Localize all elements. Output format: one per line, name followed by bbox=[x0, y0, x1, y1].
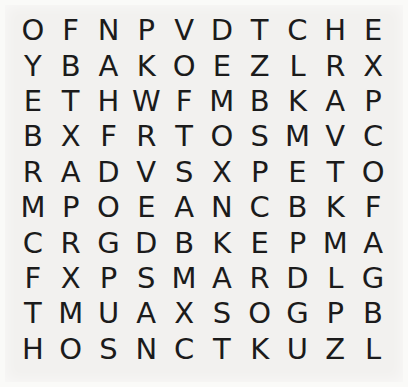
cell-r3c8[interactable]: K bbox=[279, 84, 317, 119]
cell-r10c8[interactable]: U bbox=[279, 332, 317, 367]
cell-r2c5[interactable]: O bbox=[165, 48, 203, 83]
cell-r5c9[interactable]: T bbox=[316, 155, 354, 190]
cell-r6c6[interactable]: N bbox=[203, 190, 241, 225]
cell-r6c7[interactable]: C bbox=[241, 190, 279, 225]
cell-r2c7[interactable]: Z bbox=[241, 48, 279, 83]
cell-r3c4[interactable]: W bbox=[127, 84, 165, 119]
cell-r10c5[interactable]: C bbox=[165, 332, 203, 367]
cell-r7c10[interactable]: A bbox=[354, 225, 392, 260]
cell-r2c2[interactable]: B bbox=[52, 48, 90, 83]
cell-r8c1[interactable]: F bbox=[14, 261, 52, 296]
cell-r6c9[interactable]: K bbox=[316, 190, 354, 225]
cell-r9c1[interactable]: T bbox=[14, 296, 52, 331]
cell-r8c2[interactable]: X bbox=[52, 261, 90, 296]
cell-r6c5[interactable]: A bbox=[165, 190, 203, 225]
cell-r2c4[interactable]: K bbox=[127, 48, 165, 83]
cell-r4c3[interactable]: F bbox=[90, 119, 128, 154]
cell-r2c10[interactable]: X bbox=[354, 48, 392, 83]
cell-r4c5[interactable]: T bbox=[165, 119, 203, 154]
cell-r5c4[interactable]: V bbox=[127, 155, 165, 190]
cell-r2c6[interactable]: E bbox=[203, 48, 241, 83]
cell-r8c9[interactable]: L bbox=[316, 261, 354, 296]
cell-r1c4[interactable]: P bbox=[127, 13, 165, 48]
cell-r3c1[interactable]: E bbox=[14, 84, 52, 119]
cell-r6c8[interactable]: B bbox=[279, 190, 317, 225]
cell-r10c2[interactable]: O bbox=[52, 332, 90, 367]
cell-r7c1[interactable]: C bbox=[14, 225, 52, 260]
cell-r5c3[interactable]: D bbox=[90, 155, 128, 190]
cell-r8c3[interactable]: P bbox=[90, 261, 128, 296]
cell-r6c10[interactable]: F bbox=[354, 190, 392, 225]
cell-r10c9[interactable]: Z bbox=[316, 332, 354, 367]
cell-r7c8[interactable]: P bbox=[279, 225, 317, 260]
cell-r7c2[interactable]: R bbox=[52, 225, 90, 260]
cell-r7c3[interactable]: G bbox=[90, 225, 128, 260]
cell-r8c6[interactable]: A bbox=[203, 261, 241, 296]
cell-r1c10[interactable]: E bbox=[354, 13, 392, 48]
cell-r6c3[interactable]: O bbox=[90, 190, 128, 225]
cell-r3c10[interactable]: P bbox=[354, 84, 392, 119]
cell-r9c6[interactable]: S bbox=[203, 296, 241, 331]
cell-r4c10[interactable]: C bbox=[354, 119, 392, 154]
cell-r9c3[interactable]: U bbox=[90, 296, 128, 331]
cell-r7c6[interactable]: K bbox=[203, 225, 241, 260]
cell-r9c9[interactable]: P bbox=[316, 296, 354, 331]
cell-r5c8[interactable]: E bbox=[279, 155, 317, 190]
cell-r8c10[interactable]: G bbox=[354, 261, 392, 296]
cell-r3c2[interactable]: T bbox=[52, 84, 90, 119]
cell-r8c7[interactable]: R bbox=[241, 261, 279, 296]
cell-r9c5[interactable]: X bbox=[165, 296, 203, 331]
cell-r7c7[interactable]: E bbox=[241, 225, 279, 260]
cell-r10c10[interactable]: L bbox=[354, 332, 392, 367]
cell-r9c2[interactable]: M bbox=[52, 296, 90, 331]
cell-r4c4[interactable]: R bbox=[127, 119, 165, 154]
cell-r4c6[interactable]: O bbox=[203, 119, 241, 154]
cell-r7c9[interactable]: M bbox=[316, 225, 354, 260]
cell-r2c3[interactable]: A bbox=[90, 48, 128, 83]
cell-r2c8[interactable]: L bbox=[279, 48, 317, 83]
cell-r5c1[interactable]: R bbox=[14, 155, 52, 190]
cell-r5c6[interactable]: X bbox=[203, 155, 241, 190]
cell-r6c2[interactable]: P bbox=[52, 190, 90, 225]
cell-r10c3[interactable]: S bbox=[90, 332, 128, 367]
cell-r5c10[interactable]: O bbox=[354, 155, 392, 190]
cell-r1c8[interactable]: C bbox=[279, 13, 317, 48]
cell-r3c5[interactable]: F bbox=[165, 84, 203, 119]
cell-r9c8[interactable]: G bbox=[279, 296, 317, 331]
cell-r7c5[interactable]: B bbox=[165, 225, 203, 260]
cell-r9c7[interactable]: O bbox=[241, 296, 279, 331]
word-search-grid: OFNPVDTCHEYBAKOEZLRXETHWFMBKAPBXFRTOSMVC… bbox=[14, 13, 392, 367]
cell-r3c9[interactable]: A bbox=[316, 84, 354, 119]
cell-r1c9[interactable]: H bbox=[316, 13, 354, 48]
cell-r10c6[interactable]: T bbox=[203, 332, 241, 367]
cell-r7c4[interactable]: D bbox=[127, 225, 165, 260]
cell-r10c1[interactable]: H bbox=[14, 332, 52, 367]
cell-r3c7[interactable]: B bbox=[241, 84, 279, 119]
cell-r1c1[interactable]: O bbox=[14, 13, 52, 48]
cell-r9c4[interactable]: A bbox=[127, 296, 165, 331]
cell-r5c2[interactable]: A bbox=[52, 155, 90, 190]
cell-r10c4[interactable]: N bbox=[127, 332, 165, 367]
cell-r9c10[interactable]: B bbox=[354, 296, 392, 331]
word-search-page: OFNPVDTCHEYBAKOEZLRXETHWFMBKAPBXFRTOSMVC… bbox=[0, 0, 408, 387]
cell-r6c1[interactable]: M bbox=[14, 190, 52, 225]
cell-r3c6[interactable]: M bbox=[203, 84, 241, 119]
cell-r2c9[interactable]: R bbox=[316, 48, 354, 83]
cell-r8c4[interactable]: S bbox=[127, 261, 165, 296]
cell-r4c9[interactable]: V bbox=[316, 119, 354, 154]
cell-r4c7[interactable]: S bbox=[241, 119, 279, 154]
cell-r1c5[interactable]: V bbox=[165, 13, 203, 48]
cell-r6c4[interactable]: E bbox=[127, 190, 165, 225]
cell-r5c5[interactable]: S bbox=[165, 155, 203, 190]
cell-r1c2[interactable]: F bbox=[52, 13, 90, 48]
cell-r1c6[interactable]: D bbox=[203, 13, 241, 48]
cell-r5c7[interactable]: P bbox=[241, 155, 279, 190]
cell-r10c7[interactable]: K bbox=[241, 332, 279, 367]
cell-r1c3[interactable]: N bbox=[90, 13, 128, 48]
cell-r4c2[interactable]: X bbox=[52, 119, 90, 154]
cell-r1c7[interactable]: T bbox=[241, 13, 279, 48]
cell-r4c8[interactable]: M bbox=[279, 119, 317, 154]
cell-r2c1[interactable]: Y bbox=[14, 48, 52, 83]
cell-r8c8[interactable]: D bbox=[279, 261, 317, 296]
cell-r8c5[interactable]: M bbox=[165, 261, 203, 296]
cell-r4c1[interactable]: B bbox=[14, 119, 52, 154]
cell-r3c3[interactable]: H bbox=[90, 84, 128, 119]
